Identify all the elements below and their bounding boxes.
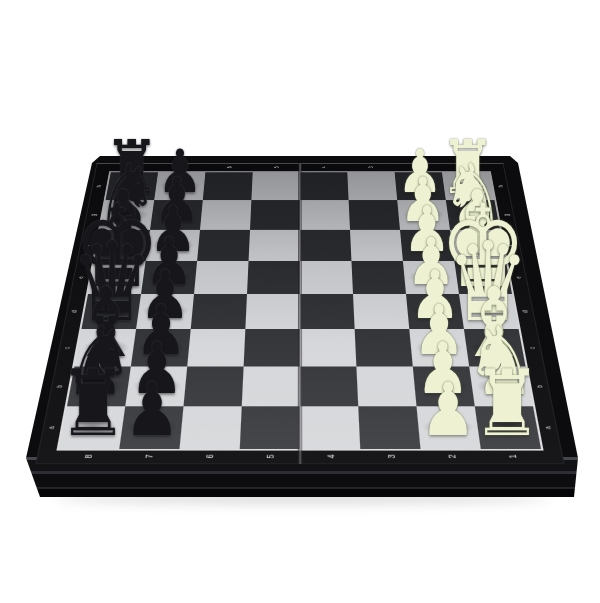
- piece-white-rook-a1[interactable]: ♜: [472, 358, 542, 450]
- piece-black-rook-a8[interactable]: ♜: [58, 358, 128, 450]
- piece-black-pawn-a7[interactable]: ♟: [124, 373, 180, 447]
- piece-white-pawn-a2[interactable]: ♟: [420, 373, 476, 447]
- pieces-layer: ♜♟♟♜♞♟♟♞♝♟♟♝♚♟♟♚♛♟♟♛♝♟♟♝♞♟♟♞♜♟♟♜: [0, 0, 600, 603]
- product-photo: 8877665544332211hhggffeeddccbbaa ♜♟♟♜♞♟♟…: [0, 0, 600, 603]
